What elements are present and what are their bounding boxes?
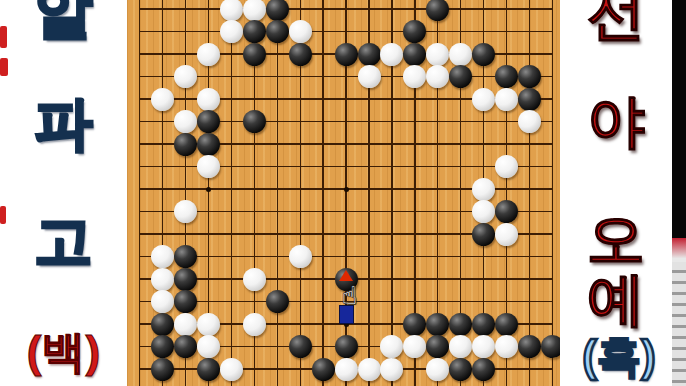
white-stone-R6 [495,88,518,111]
white-stone-D4 [197,43,220,66]
go-board[interactable]: ☝ [127,0,560,386]
black-stone-C14 [174,268,197,291]
white-stone-F16 [243,313,266,336]
black-stone-H4 [289,43,312,66]
black-stone-N16 [403,313,426,336]
black-stone-K4 [335,43,358,66]
right-player-name-char: 오 [560,210,672,268]
white-stone-C16 [174,313,197,336]
left-edge-red-mark [0,206,6,224]
black-stone-S17 [518,335,541,358]
white-stone-R12 [495,223,518,246]
last-move-marker-red-triangle-icon [339,270,353,281]
black-stone-S5 [518,65,541,88]
board-grid-hline [139,76,554,77]
white-stone-B14 [151,268,174,291]
white-stone-B15 [151,290,174,313]
hand-cursor-icon: ☝ [342,283,357,308]
white-stone-R17 [495,335,518,358]
black-stone-Q12 [472,223,495,246]
white-stone-Q17 [472,335,495,358]
black-stone-C8 [174,133,197,156]
board-grid-hline [139,8,554,9]
board-grid-vline [322,0,323,386]
white-stone-M18 [380,358,403,381]
white-stone-E2 [220,0,243,21]
black-stone-C13 [174,245,197,268]
black-stone-P18 [449,358,472,381]
black-stone-Q16 [472,313,495,336]
white-stone-H3 [289,20,312,43]
black-stone-Q4 [472,43,495,66]
white-stone-F14 [243,268,266,291]
white-stone-F2 [243,0,266,21]
white-stone-O4 [426,43,449,66]
white-stone-C11 [174,200,197,223]
white-stone-L5 [358,65,381,88]
white-stone-M17 [380,335,403,358]
white-stone-M4 [380,43,403,66]
left-player-name-char: 고 [0,212,127,270]
white-stone-D6 [197,88,220,111]
black-stone-B18 [151,358,174,381]
black-stone-F4 [243,43,266,66]
right-edge-red-mark [672,238,686,262]
black-player-label: (흑) [552,334,686,378]
star-point [206,187,211,192]
white-stone-L18 [358,358,381,381]
black-stone-R11 [495,200,518,223]
black-stone-D7 [197,110,220,133]
right-edge-black-strip [672,0,686,238]
black-stone-B16 [151,313,174,336]
white-stone-Q10 [472,178,495,201]
white-stone-Q11 [472,200,495,223]
white-stone-D9 [197,155,220,178]
black-stone-G15 [266,290,289,313]
board-grid-vline [552,0,553,386]
stage: 알 파 고 (백) ☝ 선 야 오 예 (흑) [0,0,686,386]
black-stone-R16 [495,313,518,336]
black-stone-O16 [426,313,449,336]
right-player-name-char: 야 [560,92,672,150]
white-stone-E18 [220,358,243,381]
black-stone-N3 [403,20,426,43]
black-stone-D8 [197,133,220,156]
white-stone-S7 [518,110,541,133]
black-stone-S6 [518,88,541,111]
left-player-panel: 알 파 고 (백) [0,0,127,386]
board-grid-hline [139,31,554,32]
white-stone-B6 [151,88,174,111]
board-grid-vline [529,0,530,386]
white-player-label: (백) [0,330,127,374]
white-stone-R9 [495,155,518,178]
white-stone-P4 [449,43,472,66]
black-stone-C17 [174,335,197,358]
white-stone-C5 [174,65,197,88]
white-stone-D17 [197,335,220,358]
board-grid-vline [231,0,232,386]
black-stone-O2 [426,0,449,21]
black-stone-O17 [426,335,449,358]
black-stone-G2 [266,0,289,21]
white-stone-N17 [403,335,426,358]
black-stone-D18 [197,358,220,381]
black-stone-L4 [358,43,381,66]
white-stone-N5 [403,65,426,88]
black-stone-P5 [449,65,472,88]
white-stone-H13 [289,245,312,268]
black-stone-R5 [495,65,518,88]
white-stone-O18 [426,358,449,381]
black-stone-P16 [449,313,472,336]
black-stone-C15 [174,290,197,313]
board-grid-vline [139,0,140,386]
black-stone-H17 [289,335,312,358]
board-grid-hline [139,256,554,257]
black-stone-N4 [403,43,426,66]
black-stone-Q18 [472,358,495,381]
white-stone-P17 [449,335,472,358]
black-stone-B17 [151,335,174,358]
left-player-name-char: 파 [0,94,127,152]
right-player-name-char: 선 [560,0,672,42]
black-stone-F7 [243,110,266,133]
black-stone-J18 [312,358,335,381]
white-stone-B13 [151,245,174,268]
left-edge-red-mark [0,58,8,76]
white-stone-Q6 [472,88,495,111]
star-point [344,187,349,192]
left-edge-red-mark [0,26,7,48]
black-stone-G3 [266,20,289,43]
white-stone-E3 [220,20,243,43]
left-player-name-char: 알 [0,0,127,40]
board-grid-vline [277,0,278,386]
black-stone-K17 [335,335,358,358]
white-stone-D16 [197,313,220,336]
black-stone-F3 [243,20,266,43]
white-stone-O5 [426,65,449,88]
white-stone-K18 [335,358,358,381]
right-player-name-char: 예 [560,270,672,328]
right-player-panel: 선 야 오 예 [560,0,672,386]
white-stone-C7 [174,110,197,133]
